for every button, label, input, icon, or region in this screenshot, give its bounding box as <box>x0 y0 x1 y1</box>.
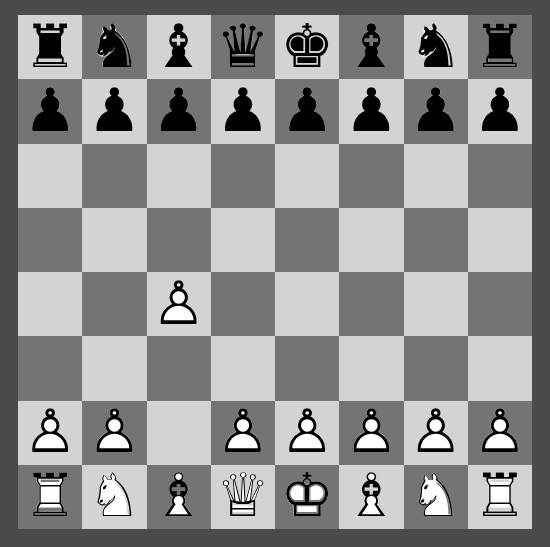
square-f6[interactable] <box>339 144 403 208</box>
square-h5[interactable] <box>468 208 532 272</box>
square-d3[interactable] <box>211 336 275 400</box>
black-pawn-icon: ♟ <box>82 79 146 143</box>
white-pawn[interactable]: ♟♙ <box>339 401 403 465</box>
black-king-icon: ♚ <box>275 15 339 79</box>
square-a5[interactable] <box>18 208 82 272</box>
square-b4[interactable] <box>82 272 146 336</box>
square-f4[interactable] <box>339 272 403 336</box>
white-king-icon: ♔ <box>275 465 339 529</box>
square-h8[interactable]: ♖♜ <box>468 15 532 79</box>
square-e7[interactable]: ♙♟ <box>275 79 339 143</box>
white-pawn-icon: ♙ <box>275 401 339 465</box>
black-pawn[interactable]: ♙♟ <box>468 79 532 143</box>
square-d7[interactable]: ♙♟ <box>211 79 275 143</box>
square-c3[interactable] <box>147 336 211 400</box>
square-b2[interactable]: ♟♙ <box>82 401 146 465</box>
square-d2[interactable]: ♟♙ <box>211 401 275 465</box>
square-g2[interactable]: ♟♙ <box>404 401 468 465</box>
square-g6[interactable] <box>404 144 468 208</box>
white-pawn[interactable]: ♟♙ <box>404 401 468 465</box>
white-bishop-icon: ♗ <box>339 465 403 529</box>
square-f3[interactable] <box>339 336 403 400</box>
square-f2[interactable]: ♟♙ <box>339 401 403 465</box>
square-d8[interactable]: ♕♛ <box>211 15 275 79</box>
black-bishop-icon: ♝ <box>339 15 403 79</box>
black-pawn[interactable]: ♙♟ <box>404 79 468 143</box>
square-b6[interactable] <box>82 144 146 208</box>
white-rook-icon: ♖ <box>18 465 82 529</box>
white-pawn-icon: ♙ <box>468 401 532 465</box>
black-pawn-icon: ♟ <box>147 79 211 143</box>
black-bishop[interactable]: ♗♝ <box>147 15 211 79</box>
square-c6[interactable] <box>147 144 211 208</box>
black-knight[interactable]: ♘♞ <box>82 15 146 79</box>
white-pawn[interactable]: ♟♙ <box>211 401 275 465</box>
white-knight-icon: ♘ <box>82 465 146 529</box>
white-bishop[interactable]: ♝♗ <box>339 465 403 529</box>
black-rook-icon: ♜ <box>468 15 532 79</box>
black-pawn[interactable]: ♙♟ <box>147 79 211 143</box>
black-pawn[interactable]: ♙♟ <box>339 79 403 143</box>
square-b5[interactable] <box>82 208 146 272</box>
black-pawn-icon: ♟ <box>18 79 82 143</box>
black-rook[interactable]: ♖♜ <box>468 15 532 79</box>
square-e1[interactable]: ♚♔ <box>275 465 339 529</box>
square-d6[interactable] <box>211 144 275 208</box>
square-c5[interactable] <box>147 208 211 272</box>
white-pawn-icon: ♙ <box>147 272 211 336</box>
square-f8[interactable]: ♗♝ <box>339 15 403 79</box>
chess-board: ♖♜♘♞♗♝♕♛♔♚♗♝♘♞♖♜♙♟♙♟♙♟♙♟♙♟♙♟♙♟♙♟♟♙♟♙♟♙♟♙… <box>18 15 532 529</box>
square-a1[interactable]: ♜♖ <box>18 465 82 529</box>
white-pawn[interactable]: ♟♙ <box>468 401 532 465</box>
black-pawn-icon: ♟ <box>339 79 403 143</box>
square-d5[interactable] <box>211 208 275 272</box>
white-pawn[interactable]: ♟♙ <box>147 272 211 336</box>
white-rook[interactable]: ♜♖ <box>468 465 532 529</box>
black-pawn-icon: ♟ <box>275 79 339 143</box>
black-bishop[interactable]: ♗♝ <box>339 15 403 79</box>
white-king[interactable]: ♚♔ <box>275 465 339 529</box>
black-pawn[interactable]: ♙♟ <box>275 79 339 143</box>
black-knight[interactable]: ♘♞ <box>404 15 468 79</box>
black-pawn[interactable]: ♙♟ <box>211 79 275 143</box>
black-rook[interactable]: ♖♜ <box>18 15 82 79</box>
white-pawn-icon: ♙ <box>18 401 82 465</box>
square-d4[interactable] <box>211 272 275 336</box>
black-pawn-icon: ♟ <box>404 79 468 143</box>
square-d1[interactable]: ♛♕ <box>211 465 275 529</box>
black-bishop-icon: ♝ <box>147 15 211 79</box>
black-pawn[interactable]: ♙♟ <box>82 79 146 143</box>
square-b7[interactable]: ♙♟ <box>82 79 146 143</box>
black-knight-icon: ♞ <box>404 15 468 79</box>
square-g8[interactable]: ♘♞ <box>404 15 468 79</box>
square-e4[interactable] <box>275 272 339 336</box>
square-a7[interactable]: ♙♟ <box>18 79 82 143</box>
square-f7[interactable]: ♙♟ <box>339 79 403 143</box>
square-g7[interactable]: ♙♟ <box>404 79 468 143</box>
white-bishop[interactable]: ♝♗ <box>147 465 211 529</box>
white-pawn[interactable]: ♟♙ <box>275 401 339 465</box>
square-a3[interactable] <box>18 336 82 400</box>
white-knight[interactable]: ♞♘ <box>82 465 146 529</box>
black-rook-icon: ♜ <box>18 15 82 79</box>
square-e6[interactable] <box>275 144 339 208</box>
white-pawn-icon: ♙ <box>82 401 146 465</box>
square-c4[interactable]: ♟♙ <box>147 272 211 336</box>
black-pawn-icon: ♟ <box>468 79 532 143</box>
square-h7[interactable]: ♙♟ <box>468 79 532 143</box>
square-e3[interactable] <box>275 336 339 400</box>
black-knight-icon: ♞ <box>82 15 146 79</box>
white-bishop-icon: ♗ <box>147 465 211 529</box>
square-b3[interactable] <box>82 336 146 400</box>
square-c2[interactable] <box>147 401 211 465</box>
black-pawn-icon: ♟ <box>211 79 275 143</box>
square-e2[interactable]: ♟♙ <box>275 401 339 465</box>
black-queen[interactable]: ♕♛ <box>211 15 275 79</box>
square-g5[interactable] <box>404 208 468 272</box>
square-g4[interactable] <box>404 272 468 336</box>
white-pawn-icon: ♙ <box>211 401 275 465</box>
square-c1[interactable]: ♝♗ <box>147 465 211 529</box>
square-b1[interactable]: ♞♘ <box>82 465 146 529</box>
square-h6[interactable] <box>468 144 532 208</box>
white-rook-icon: ♖ <box>468 465 532 529</box>
white-rook[interactable]: ♜♖ <box>18 465 82 529</box>
square-b8[interactable]: ♘♞ <box>82 15 146 79</box>
square-e5[interactable] <box>275 208 339 272</box>
square-a6[interactable] <box>18 144 82 208</box>
board-frame: ♖♜♘♞♗♝♕♛♔♚♗♝♘♞♖♜♙♟♙♟♙♟♙♟♙♟♙♟♙♟♙♟♟♙♟♙♟♙♟♙… <box>0 0 550 547</box>
square-f5[interactable] <box>339 208 403 272</box>
square-g3[interactable] <box>404 336 468 400</box>
white-queen[interactable]: ♛♕ <box>211 465 275 529</box>
white-knight[interactable]: ♞♘ <box>404 465 468 529</box>
square-e8[interactable]: ♔♚ <box>275 15 339 79</box>
black-pawn[interactable]: ♙♟ <box>18 79 82 143</box>
square-c8[interactable]: ♗♝ <box>147 15 211 79</box>
white-pawn[interactable]: ♟♙ <box>82 401 146 465</box>
square-g1[interactable]: ♞♘ <box>404 465 468 529</box>
square-f1[interactable]: ♝♗ <box>339 465 403 529</box>
square-a2[interactable]: ♟♙ <box>18 401 82 465</box>
square-a8[interactable]: ♖♜ <box>18 15 82 79</box>
black-king[interactable]: ♔♚ <box>275 15 339 79</box>
square-a4[interactable] <box>18 272 82 336</box>
square-h2[interactable]: ♟♙ <box>468 401 532 465</box>
white-knight-icon: ♘ <box>404 465 468 529</box>
square-h3[interactable] <box>468 336 532 400</box>
square-h4[interactable] <box>468 272 532 336</box>
square-h1[interactable]: ♜♖ <box>468 465 532 529</box>
white-pawn-icon: ♙ <box>339 401 403 465</box>
square-c7[interactable]: ♙♟ <box>147 79 211 143</box>
white-pawn[interactable]: ♟♙ <box>18 401 82 465</box>
black-queen-icon: ♛ <box>211 15 275 79</box>
white-pawn-icon: ♙ <box>404 401 468 465</box>
white-queen-icon: ♕ <box>211 465 275 529</box>
